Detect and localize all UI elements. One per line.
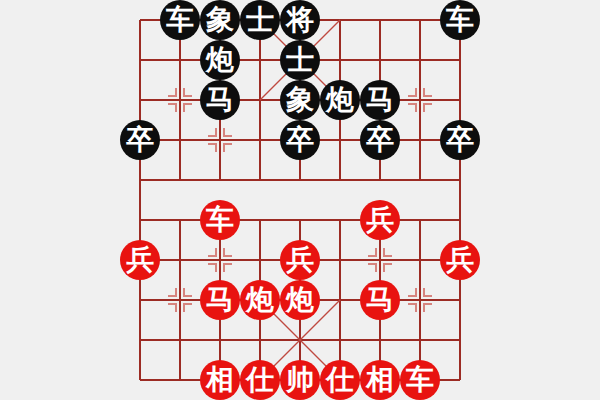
piece-black-soldier[interactable]: 卒 [440,120,480,160]
piece-red-advisor[interactable]: 仕 [320,360,360,400]
piece-red-elephant[interactable]: 相 [360,360,400,400]
piece-black-soldier[interactable]: 卒 [360,120,400,160]
piece-red-soldier[interactable]: 兵 [120,240,160,280]
piece-red-horse[interactable]: 马 [200,280,240,320]
piece-red-soldier[interactable]: 兵 [280,240,320,280]
piece-black-cannon[interactable]: 炮 [200,40,240,80]
piece-red-soldier[interactable]: 兵 [440,240,480,280]
piece-red-general[interactable]: 帅 [280,360,320,400]
piece-black-soldier[interactable]: 卒 [120,120,160,160]
screen: 车象士将车炮士马象炮马卒卒卒卒车兵兵兵兵马炮炮马相仕帅仕相车 [0,0,600,400]
piece-black-elephant[interactable]: 象 [200,0,240,40]
piece-black-cannon[interactable]: 炮 [320,80,360,120]
piece-black-chariot[interactable]: 车 [160,0,200,40]
piece-black-general[interactable]: 将 [280,0,320,40]
piece-black-soldier[interactable]: 卒 [280,120,320,160]
piece-red-advisor[interactable]: 仕 [240,360,280,400]
piece-black-advisor[interactable]: 士 [240,0,280,40]
piece-red-elephant[interactable]: 相 [200,360,240,400]
piece-red-cannon[interactable]: 炮 [280,280,320,320]
pieces-layer: 车象士将车炮士马象炮马卒卒卒卒车兵兵兵兵马炮炮马相仕帅仕相车 [0,0,600,400]
piece-red-chariot[interactable]: 车 [200,200,240,240]
piece-black-advisor[interactable]: 士 [280,40,320,80]
piece-black-horse[interactable]: 马 [360,80,400,120]
piece-red-cannon[interactable]: 炮 [240,280,280,320]
piece-red-soldier[interactable]: 兵 [360,200,400,240]
piece-black-elephant[interactable]: 象 [280,80,320,120]
piece-red-chariot[interactable]: 车 [400,360,440,400]
piece-red-horse[interactable]: 马 [360,280,400,320]
piece-black-horse[interactable]: 马 [200,80,240,120]
piece-black-chariot[interactable]: 车 [440,0,480,40]
